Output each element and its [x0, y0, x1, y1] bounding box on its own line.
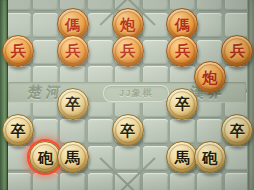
- piece-black-soldier[interactable]: 卒: [166, 88, 198, 120]
- piece-red-soldier[interactable]: 兵: [166, 35, 198, 67]
- xiangqi-board: 楚河 漢界 JJ象棋 傌炮傌兵兵兵兵兵炮卒卒卒卒卒砲馬馬砲: [0, 0, 254, 190]
- piece-black-cannon[interactable]: 砲: [194, 141, 226, 173]
- watermark-label: JJ象棋: [119, 87, 153, 100]
- piece-red-soldier[interactable]: 兵: [112, 35, 144, 67]
- board-edge-right: [247, 0, 254, 190]
- piece-black-horse[interactable]: 馬: [57, 141, 89, 173]
- piece-black-soldier[interactable]: 卒: [57, 88, 89, 120]
- piece-red-soldier[interactable]: 兵: [221, 35, 253, 67]
- board-edge-left: [0, 0, 8, 190]
- piece-red-soldier[interactable]: 兵: [2, 35, 34, 67]
- piece-red-soldier[interactable]: 兵: [57, 35, 89, 67]
- piece-red-cannon[interactable]: 炮: [194, 61, 226, 93]
- piece-black-soldier[interactable]: 卒: [221, 114, 253, 146]
- piece-black-soldier[interactable]: 卒: [112, 114, 144, 146]
- piece-black-soldier[interactable]: 卒: [2, 114, 34, 146]
- watermark-pill: JJ象棋: [103, 85, 169, 102]
